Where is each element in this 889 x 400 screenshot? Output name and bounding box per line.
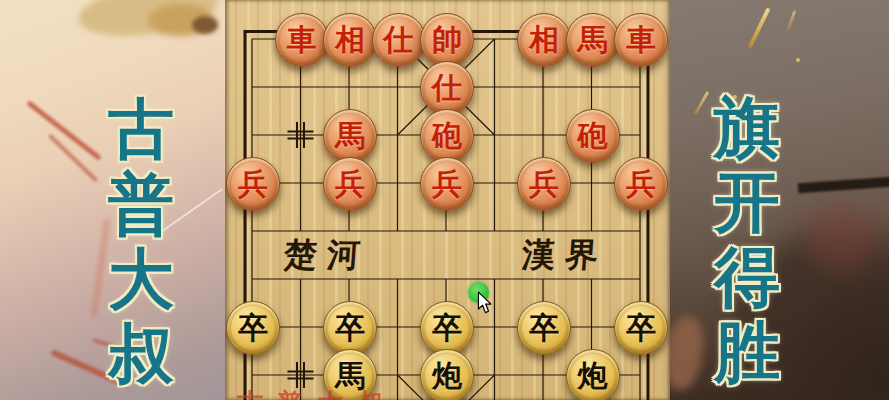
piece-character: 卒 [626,313,656,343]
piece-red-soldier[interactable]: 兵 [323,157,377,211]
banner-char: 普 [103,167,179,242]
piece-character: 砲 [432,121,462,151]
banner-char: 得 [709,240,785,315]
piece-black-soldier[interactable]: 卒 [517,301,571,355]
piece-character: 相 [529,25,559,55]
banner-char: 叔 [103,317,179,392]
river-label-chu-he: 楚河 [265,233,388,278]
piece-black-soldier[interactable]: 卒 [420,301,474,355]
piece-red-general[interactable]: 帥 [420,13,474,67]
gold-light-streak [748,7,771,48]
gold-spark [796,58,800,62]
gold-light-streak [787,10,797,30]
piece-character: 相 [335,25,365,55]
piece-red-cannon[interactable]: 砲 [566,109,620,163]
piece-red-horse[interactable]: 馬 [323,109,377,163]
piece-red-soldier[interactable]: 兵 [420,157,474,211]
piece-black-cannon[interactable]: 炮 [566,349,620,400]
piece-character: 砲 [578,121,608,151]
piece-character: 車 [626,25,656,55]
piece-character: 兵 [626,169,656,199]
banner-char: 古 [103,92,179,167]
left-banner-text: 古普大叔 [103,92,179,392]
mouse-cursor-arrow [477,291,493,315]
piece-red-chariot[interactable]: 車 [275,13,329,67]
hand-silhouette [670,314,707,392]
piece-character: 兵 [238,169,268,199]
piece-black-soldier[interactable]: 卒 [323,301,377,355]
gold-light-streak [694,91,710,115]
red-haze [805,205,880,270]
piece-red-soldier[interactable]: 兵 [226,157,280,211]
piece-character: 仕 [432,73,462,103]
piece-character: 仕 [384,25,414,55]
piece-character: 兵 [335,169,365,199]
banner-char: 旗 [709,90,785,165]
piece-character: 卒 [529,313,559,343]
piece-character: 馬 [335,121,365,151]
banner-char: 胜 [709,315,785,390]
piece-red-cannon[interactable]: 砲 [420,109,474,163]
piece-character: 帥 [432,25,462,55]
screenshot-root: 古普大叔 旗开得胜 楚河 漢界 車相仕帥相馬車仕馬砲砲兵兵兵兵兵卒卒卒卒卒馬炮炮… [0,0,889,400]
piece-red-soldier[interactable]: 兵 [614,157,668,211]
piece-black-soldier[interactable]: 卒 [614,301,668,355]
river-label-han-jie: 漢界 [503,233,626,278]
piece-character: 車 [287,25,317,55]
piece-character: 兵 [529,169,559,199]
right-banner-text: 旗开得胜 [709,90,785,390]
piece-character: 兵 [432,169,462,199]
xiangqi-board[interactable]: 楚河 漢界 車相仕帥相馬車仕馬砲砲兵兵兵兵兵卒卒卒卒卒馬炮炮 古普大叔 [225,0,670,400]
piece-red-advisor[interactable]: 仕 [372,13,426,67]
piece-red-elephant[interactable]: 相 [323,13,377,67]
piece-red-horse[interactable]: 馬 [566,13,620,67]
piece-red-soldier[interactable]: 兵 [517,157,571,211]
piece-character: 馬 [578,25,608,55]
dragon-artwork [192,16,218,34]
piece-character: 炮 [578,361,608,391]
weapon-rod-silhouette [798,177,889,194]
watermark-text: 古普大叔 [237,386,497,400]
piece-character: 卒 [335,313,365,343]
piece-red-elephant[interactable]: 相 [517,13,571,67]
piece-character: 卒 [238,313,268,343]
piece-red-advisor[interactable]: 仕 [420,61,474,115]
banner-char: 开 [709,165,785,240]
piece-red-chariot[interactable]: 車 [614,13,668,67]
banner-char: 大 [103,242,179,317]
piece-black-soldier[interactable]: 卒 [226,301,280,355]
piece-character: 卒 [432,313,462,343]
